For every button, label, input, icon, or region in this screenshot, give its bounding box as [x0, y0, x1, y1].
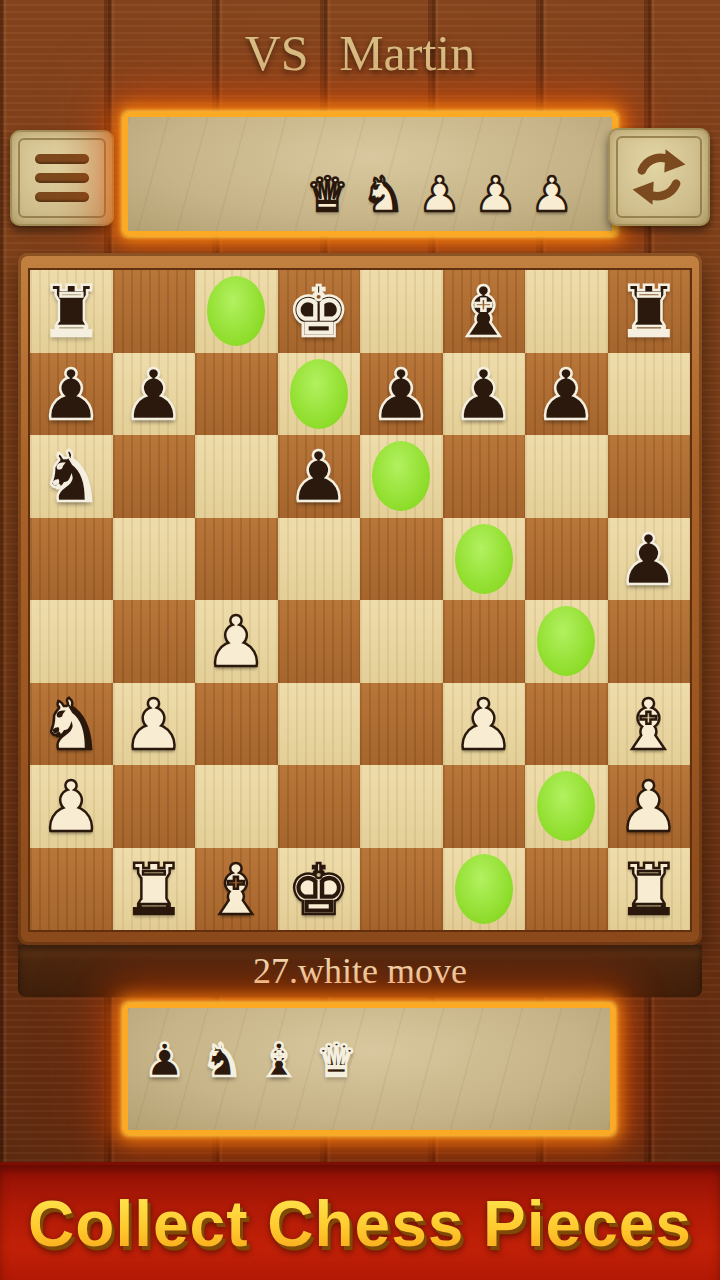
- square-f6[interactable]: [443, 435, 526, 518]
- captured-white-pawn: ♟: [418, 167, 461, 221]
- move-highlight-dot[interactable]: [537, 606, 595, 676]
- square-b7[interactable]: ♟: [113, 353, 196, 436]
- piece-black-pawn[interactable]: ♟: [525, 353, 608, 436]
- piece-black-rook[interactable]: ♜: [30, 270, 113, 353]
- piece-white-knight[interactable]: ♞: [30, 683, 113, 766]
- square-h2[interactable]: ♟: [608, 765, 691, 848]
- square-h5[interactable]: ♟: [608, 518, 691, 601]
- captured-white-queen: ♛: [306, 167, 349, 221]
- square-e5[interactable]: [360, 518, 443, 601]
- square-b5[interactable]: [113, 518, 196, 601]
- square-d1[interactable]: ♚: [278, 848, 361, 931]
- captured-black-queen: ♛: [316, 1034, 357, 1086]
- piece-white-pawn[interactable]: ♟: [113, 683, 196, 766]
- piece-white-pawn[interactable]: ♟: [195, 600, 278, 683]
- square-a6[interactable]: ♞: [30, 435, 113, 518]
- promo-banner-text: Collect Chess Pieces: [28, 1187, 692, 1261]
- move-highlight-dot[interactable]: [455, 854, 513, 924]
- menu-icon: [35, 154, 89, 164]
- square-g4[interactable]: [525, 600, 608, 683]
- square-a1[interactable]: [30, 848, 113, 931]
- square-g3[interactable]: [525, 683, 608, 766]
- square-d2[interactable]: [278, 765, 361, 848]
- captured-pieces-tray-top: ♛♞♟♟♟: [123, 112, 617, 236]
- square-f1[interactable]: [443, 848, 526, 931]
- square-b6[interactable]: [113, 435, 196, 518]
- piece-black-pawn[interactable]: ♟: [30, 353, 113, 436]
- square-c1[interactable]: ♝: [195, 848, 278, 931]
- square-d7[interactable]: [278, 353, 361, 436]
- piece-black-rook[interactable]: ♜: [608, 270, 691, 353]
- square-b3[interactable]: ♟: [113, 683, 196, 766]
- square-c6[interactable]: [195, 435, 278, 518]
- captured-white-pawn: ♟: [474, 167, 517, 221]
- square-g5[interactable]: [525, 518, 608, 601]
- piece-black-knight[interactable]: ♞: [30, 435, 113, 518]
- square-g1[interactable]: [525, 848, 608, 931]
- square-b1[interactable]: ♜: [113, 848, 196, 931]
- menu-button[interactable]: [10, 130, 114, 226]
- square-d8[interactable]: ♚: [278, 270, 361, 353]
- piece-white-rook[interactable]: ♜: [113, 848, 196, 931]
- square-e2[interactable]: [360, 765, 443, 848]
- square-d4[interactable]: [278, 600, 361, 683]
- square-e1[interactable]: [360, 848, 443, 931]
- square-f5[interactable]: [443, 518, 526, 601]
- square-e3[interactable]: [360, 683, 443, 766]
- piece-black-pawn[interactable]: ♟: [360, 353, 443, 436]
- move-status-bar: 27.white move: [18, 945, 702, 997]
- piece-white-pawn[interactable]: ♟: [30, 765, 113, 848]
- captured-black-knight: ♞: [201, 1034, 242, 1086]
- square-f3[interactable]: ♟: [443, 683, 526, 766]
- captured-black-pieces: ♟♞♝♛: [144, 1034, 357, 1086]
- rotate-board-button[interactable]: [608, 128, 710, 226]
- square-a4[interactable]: [30, 600, 113, 683]
- captured-pieces-tray-bottom: ♟♞♝♛: [123, 1003, 615, 1135]
- square-g8[interactable]: [525, 270, 608, 353]
- piece-white-king[interactable]: ♚: [278, 848, 361, 931]
- piece-black-bishop[interactable]: ♝: [443, 270, 526, 353]
- square-c7[interactable]: [195, 353, 278, 436]
- piece-black-pawn[interactable]: ♟: [113, 353, 196, 436]
- square-c3[interactable]: [195, 683, 278, 766]
- square-f2[interactable]: [443, 765, 526, 848]
- square-g7[interactable]: ♟: [525, 353, 608, 436]
- piece-black-pawn[interactable]: ♟: [278, 435, 361, 518]
- square-b4[interactable]: [113, 600, 196, 683]
- square-g2[interactable]: [525, 765, 608, 848]
- piece-white-pawn[interactable]: ♟: [443, 683, 526, 766]
- square-a7[interactable]: ♟: [30, 353, 113, 436]
- square-f7[interactable]: ♟: [443, 353, 526, 436]
- captured-black-bishop: ♝: [259, 1034, 300, 1086]
- square-c4[interactable]: ♟: [195, 600, 278, 683]
- square-h1[interactable]: ♜: [608, 848, 691, 931]
- move-highlight-dot[interactable]: [207, 276, 265, 346]
- square-c8[interactable]: [195, 270, 278, 353]
- square-c5[interactable]: [195, 518, 278, 601]
- opponent-title: VS Martin: [0, 24, 720, 82]
- captured-white-pieces: ♛♞♟♟♟: [306, 167, 573, 221]
- app-screen: VS Martin ♛♞♟♟♟ ♜♚♝♜♟♟♟♟♟♞♟♟♟♞♟♟♝♟♟♜♝♚♜ …: [0, 0, 720, 1280]
- square-f8[interactable]: ♝: [443, 270, 526, 353]
- square-e4[interactable]: [360, 600, 443, 683]
- move-highlight-dot[interactable]: [537, 771, 595, 841]
- square-c2[interactable]: [195, 765, 278, 848]
- square-a2[interactable]: ♟: [30, 765, 113, 848]
- piece-white-rook[interactable]: ♜: [608, 848, 691, 931]
- rotate-icon: [626, 144, 692, 210]
- square-b8[interactable]: [113, 270, 196, 353]
- piece-white-bishop[interactable]: ♝: [608, 683, 691, 766]
- square-a3[interactable]: ♞: [30, 683, 113, 766]
- move-highlight-dot[interactable]: [455, 524, 513, 594]
- square-b2[interactable]: [113, 765, 196, 848]
- square-d3[interactable]: [278, 683, 361, 766]
- piece-black-king[interactable]: ♚: [278, 270, 361, 353]
- square-a8[interactable]: ♜: [30, 270, 113, 353]
- piece-white-bishop[interactable]: ♝: [195, 848, 278, 931]
- move-highlight-dot[interactable]: [372, 441, 430, 511]
- captured-white-knight: ♞: [362, 167, 405, 221]
- chess-board: ♜♚♝♜♟♟♟♟♟♞♟♟♟♞♟♟♝♟♟♜♝♚♜: [30, 270, 690, 930]
- move-highlight-dot[interactable]: [290, 359, 348, 429]
- captured-white-pawn: ♟: [530, 167, 573, 221]
- square-g6[interactable]: [525, 435, 608, 518]
- square-h3[interactable]: ♝: [608, 683, 691, 766]
- piece-black-pawn[interactable]: ♟: [608, 518, 691, 601]
- piece-white-pawn[interactable]: ♟: [608, 765, 691, 848]
- square-h4[interactable]: [608, 600, 691, 683]
- piece-black-pawn[interactable]: ♟: [443, 353, 526, 436]
- square-d6[interactable]: ♟: [278, 435, 361, 518]
- square-e8[interactable]: [360, 270, 443, 353]
- square-h8[interactable]: ♜: [608, 270, 691, 353]
- promo-banner[interactable]: Collect Chess Pieces: [0, 1162, 720, 1280]
- square-h6[interactable]: [608, 435, 691, 518]
- square-d5[interactable]: [278, 518, 361, 601]
- square-a5[interactable]: [30, 518, 113, 601]
- captured-black-pawn: ♟: [144, 1034, 185, 1086]
- square-e6[interactable]: [360, 435, 443, 518]
- square-f4[interactable]: [443, 600, 526, 683]
- square-e7[interactable]: ♟: [360, 353, 443, 436]
- chess-board-frame: ♜♚♝♜♟♟♟♟♟♞♟♟♟♞♟♟♝♟♟♜♝♚♜: [18, 253, 702, 945]
- square-h7[interactable]: [608, 353, 691, 436]
